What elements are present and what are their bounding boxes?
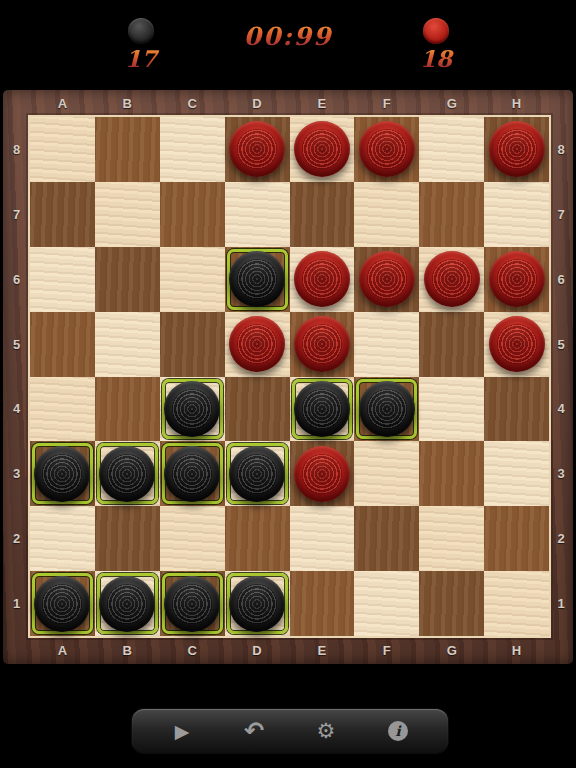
file-label-bottom-G: G [419,636,484,664]
square-B2[interactable] [95,506,160,571]
square-G4[interactable] [419,377,484,442]
play-icon: ▶ [175,720,190,742]
square-G1[interactable] [419,571,484,636]
rank-label-left-4: 4 [3,377,30,442]
rank-label-right-5: 5 [549,312,573,377]
file-label-bottom-E: E [290,636,355,664]
black-piece[interactable] [34,446,90,502]
rank-label-left-8: 8 [3,117,30,182]
square-E7[interactable] [290,182,355,247]
game-timer: 00:99 [0,22,576,51]
square-C1[interactable] [160,571,225,636]
square-G2[interactable] [419,506,484,571]
square-H7[interactable] [484,182,549,247]
square-D6[interactable] [225,247,290,312]
file-label-top-H: H [484,90,549,117]
rank-label-right-8: 8 [549,117,573,182]
red-piece[interactable] [294,121,350,177]
file-label-bottom-A: A [30,636,95,664]
square-B3[interactable] [95,441,160,506]
file-label-top-D: D [225,90,290,117]
square-B1[interactable] [95,571,160,636]
square-F1[interactable] [354,571,419,636]
square-A4[interactable] [30,377,95,442]
red-piece[interactable] [229,121,285,177]
rank-label-left-5: 5 [3,312,30,377]
square-A8[interactable] [30,117,95,182]
black-piece[interactable] [164,446,220,502]
square-E6[interactable] [290,247,355,312]
red-piece[interactable] [424,251,480,307]
black-piece[interactable] [229,576,285,632]
square-F4[interactable] [354,377,419,442]
rank-label-right-1: 1 [549,571,573,636]
rank-label-left-2: 2 [3,506,30,571]
square-F2[interactable] [354,506,419,571]
rank-label-left-3: 3 [3,441,30,506]
square-G3[interactable] [419,441,484,506]
square-C4[interactable] [160,377,225,442]
gear-icon: ⚙ [317,719,336,743]
square-C8[interactable] [160,117,225,182]
red-piece[interactable] [489,316,545,372]
square-H5[interactable] [484,312,549,377]
square-H6[interactable] [484,247,549,312]
red-piece[interactable] [294,316,350,372]
square-H3[interactable] [484,441,549,506]
square-C6[interactable] [160,247,225,312]
rank-label-right-7: 7 [549,182,573,247]
square-A1[interactable] [30,571,95,636]
file-label-top-A: A [30,90,95,117]
black-piece[interactable] [99,446,155,502]
square-E2[interactable] [290,506,355,571]
square-E4[interactable] [290,377,355,442]
rank-label-right-4: 4 [549,377,573,442]
square-E8[interactable] [290,117,355,182]
red-piece[interactable] [489,251,545,307]
square-A2[interactable] [30,506,95,571]
square-H4[interactable] [484,377,549,442]
file-label-top-B: B [95,90,160,117]
red-piece[interactable] [229,316,285,372]
square-A5[interactable] [30,312,95,377]
square-H1[interactable] [484,571,549,636]
square-E1[interactable] [290,571,355,636]
black-piece[interactable] [229,446,285,502]
square-B8[interactable] [95,117,160,182]
rank-label-right-2: 2 [549,506,573,571]
board-frame: ABCDEFGH ABCDEFGH 87654321 87654321 [3,90,573,664]
black-piece[interactable] [294,381,350,437]
rank-labels-right: 87654321 [549,117,573,636]
square-B7[interactable] [95,182,160,247]
square-D7[interactable] [225,182,290,247]
square-G6[interactable] [419,247,484,312]
file-label-top-C: C [160,90,225,117]
file-label-top-F: F [354,90,419,117]
square-G7[interactable] [419,182,484,247]
square-D1[interactable] [225,571,290,636]
toolbar: ▶ ↶ ⚙ i [132,709,448,753]
file-label-bottom-C: C [160,636,225,664]
app: 17 00:99 18 ABCDEFGH ABCDEFGH 87654321 8… [0,0,576,768]
square-C7[interactable] [160,182,225,247]
square-D8[interactable] [225,117,290,182]
black-piece[interactable] [34,576,90,632]
square-B6[interactable] [95,247,160,312]
black-piece[interactable] [99,576,155,632]
settings-button[interactable]: ⚙ [304,712,348,750]
file-labels-bottom: ABCDEFGH [30,636,549,664]
square-D3[interactable] [225,441,290,506]
red-piece[interactable] [294,446,350,502]
square-B5[interactable] [95,312,160,377]
file-label-bottom-F: F [354,636,419,664]
black-piece[interactable] [164,576,220,632]
file-label-top-E: E [290,90,355,117]
square-E3[interactable] [290,441,355,506]
file-label-bottom-D: D [225,636,290,664]
rank-labels-left: 87654321 [3,117,30,636]
undo-icon: ↶ [244,717,264,745]
info-icon: i [388,721,408,741]
red-piece[interactable] [489,121,545,177]
header: 17 00:99 18 [0,0,576,90]
square-F5[interactable] [354,312,419,377]
square-H2[interactable] [484,506,549,571]
info-button[interactable]: i [376,712,420,750]
square-A6[interactable] [30,247,95,312]
square-F7[interactable] [354,182,419,247]
red-count: 18 [404,47,468,71]
file-label-top-G: G [419,90,484,117]
rank-label-left-1: 1 [3,571,30,636]
red-checker-icon [423,18,449,44]
file-labels-top: ABCDEFGH [30,90,549,117]
rank-label-left-7: 7 [3,182,30,247]
square-D5[interactable] [225,312,290,377]
square-D4[interactable] [225,377,290,442]
square-B4[interactable] [95,377,160,442]
undo-button[interactable]: ↶ [232,712,276,750]
file-label-bottom-H: H [484,636,549,664]
black-piece[interactable] [229,251,285,307]
rank-label-right-3: 3 [549,441,573,506]
red-player-counter: 18 [404,18,468,71]
square-G5[interactable] [419,312,484,377]
rank-label-right-6: 6 [549,247,573,312]
black-piece[interactable] [164,381,220,437]
square-F6[interactable] [354,247,419,312]
square-A3[interactable] [30,441,95,506]
black-piece[interactable] [359,381,415,437]
square-C2[interactable] [160,506,225,571]
square-F8[interactable] [354,117,419,182]
red-piece[interactable] [294,251,350,307]
square-C3[interactable] [160,441,225,506]
square-A7[interactable] [30,182,95,247]
red-piece[interactable] [359,251,415,307]
square-C5[interactable] [160,312,225,377]
square-D2[interactable] [225,506,290,571]
red-piece[interactable] [359,121,415,177]
rank-label-left-6: 6 [3,247,30,312]
square-E5[interactable] [290,312,355,377]
play-button[interactable]: ▶ [160,712,204,750]
square-F3[interactable] [354,441,419,506]
square-G8[interactable] [419,117,484,182]
file-label-bottom-B: B [95,636,160,664]
board-squares [30,117,549,636]
square-H8[interactable] [484,117,549,182]
